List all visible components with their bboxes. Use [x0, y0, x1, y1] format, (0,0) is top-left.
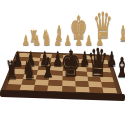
pieces-layer: ♜♞♝♚♛♝♞♜♟♟♟♟♟♟♟♟♟♟♟♟♟♟♟♟♜♞♝♚♛♝♞♜: [0, 0, 125, 125]
black-knight-g8: ♞: [22, 57, 36, 82]
black-bishop-c8: ♝: [114, 55, 125, 83]
black-queen-d8: ♛: [87, 43, 109, 82]
chess-set-photo: ♜♞♝♚♛♝♞♜♟♟♟♟♟♟♟♟♟♟♟♟♟♟♟♟♜♞♝♚♛♝♞♜: [0, 0, 125, 125]
black-bishop-f8: ♝: [40, 55, 55, 83]
black-rook-h8: ♜: [5, 58, 18, 82]
white-bishop-c1: ♝: [117, 24, 125, 44]
black-king-e8: ♚: [61, 46, 81, 82]
white-pawn-f2: ♟: [43, 33, 51, 47]
white-pawn-h2: ♟: [22, 33, 30, 47]
black-back-rank: ♜♞♝♚♛♝♞♜: [3, 49, 122, 82]
white-pawn-g2: ♟: [33, 33, 41, 47]
